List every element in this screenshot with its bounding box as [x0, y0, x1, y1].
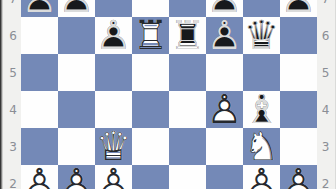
screen-edge-shadow	[0, 0, 3, 189]
square-h6[interactable]	[280, 17, 317, 54]
piece-black-rook-e6[interactable]: ♜♖	[169, 17, 206, 54]
rank-label-7-left: 7	[5, 0, 21, 17]
square-f3[interactable]	[206, 128, 243, 165]
square-h7[interactable]: ♟♙	[280, 0, 317, 17]
square-e4[interactable]	[169, 91, 206, 128]
chess-board: ♟♙♟♙♟♙♟♙♟♙♜♖♜♖♟♙♛♕♟♙♝♗♛♕♞♘♟♙♟♙♟♙♟♙♟♙	[21, 0, 317, 189]
piece-white-pawn-g2[interactable]: ♟♙	[243, 165, 280, 189]
square-h2[interactable]: ♟♙	[280, 165, 317, 189]
square-a2[interactable]: ♟♙	[21, 165, 58, 189]
square-b4[interactable]	[58, 91, 95, 128]
rank-label-6-left: 6	[5, 17, 21, 54]
square-h4[interactable]	[280, 91, 317, 128]
square-a4[interactable]	[21, 91, 58, 128]
square-g6[interactable]: ♛♕	[243, 17, 280, 54]
rank-label-5-left: 5	[5, 54, 21, 91]
piece-white-pawn-f4[interactable]: ♟♙	[206, 91, 243, 128]
piece-white-pawn-h2[interactable]: ♟♙	[280, 165, 317, 189]
rank-labels-right: 765432	[316, 0, 336, 189]
square-h5[interactable]	[280, 54, 317, 91]
square-f2[interactable]	[206, 165, 243, 189]
square-d2[interactable]	[132, 165, 169, 189]
piece-white-pawn-b2[interactable]: ♟♙	[58, 165, 95, 189]
square-d3[interactable]	[132, 128, 169, 165]
square-e3[interactable]	[169, 128, 206, 165]
square-e5[interactable]	[169, 54, 206, 91]
piece-black-queen-g6[interactable]: ♛♕	[243, 17, 280, 54]
square-c5[interactable]	[95, 54, 132, 91]
piece-black-pawn-a7[interactable]: ♟♙	[21, 0, 58, 17]
square-a6[interactable]	[21, 17, 58, 54]
rank-label-column-right: 765432	[316, 0, 335, 189]
piece-white-pawn-c2[interactable]: ♟♙	[95, 165, 132, 189]
piece-black-pawn-c6[interactable]: ♟♙	[95, 17, 132, 54]
rank-label-7-right: 7	[316, 0, 335, 17]
rank-label-3-left: 3	[5, 128, 21, 165]
rank-label-6-right: 6	[316, 17, 335, 54]
square-d5[interactable]	[132, 54, 169, 91]
square-c2[interactable]: ♟♙	[95, 165, 132, 189]
square-c6[interactable]: ♟♙	[95, 17, 132, 54]
square-f4[interactable]: ♟♙	[206, 91, 243, 128]
rank-label-3-right: 3	[316, 128, 335, 165]
piece-white-pawn-a2[interactable]: ♟♙	[21, 165, 58, 189]
square-b5[interactable]	[58, 54, 95, 91]
square-g2[interactable]: ♟♙	[243, 165, 280, 189]
piece-black-pawn-h7[interactable]: ♟♙	[280, 0, 317, 17]
square-a7[interactable]: ♟♙	[21, 0, 58, 17]
rank-label-2-right: 2	[316, 165, 335, 189]
chess-diagram: 765432 ♟♙♟♙♟♙♟♙♟♙♜♖♜♖♟♙♛♕♟♙♝♗♛♕♞♘♟♙♟♙♟♙♟…	[0, 0, 336, 189]
square-d4[interactable]	[132, 91, 169, 128]
rank-label-column-left: 765432	[0, 0, 21, 189]
square-d6[interactable]: ♜♖	[132, 17, 169, 54]
rank-label-5-right: 5	[316, 54, 335, 91]
rank-label-4-left: 4	[5, 91, 21, 128]
rank-labels-left: 765432	[0, 0, 21, 189]
square-b2[interactable]: ♟♙	[58, 165, 95, 189]
square-b6[interactable]	[58, 17, 95, 54]
square-b7[interactable]: ♟♙	[58, 0, 95, 17]
piece-white-rook-d6[interactable]: ♜♖	[132, 17, 169, 54]
rank-label-4-right: 4	[316, 91, 335, 128]
square-a5[interactable]	[21, 54, 58, 91]
rank-label-2-left: 2	[5, 165, 21, 189]
piece-black-pawn-b7[interactable]: ♟♙	[58, 0, 95, 17]
square-e6[interactable]: ♜♖	[169, 17, 206, 54]
square-e2[interactable]	[169, 165, 206, 189]
piece-black-pawn-f6[interactable]: ♟♙	[206, 17, 243, 54]
square-f6[interactable]: ♟♙	[206, 17, 243, 54]
